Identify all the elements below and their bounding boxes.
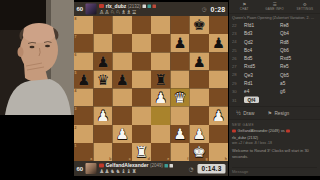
resign-flag-icon: ⚑ bbox=[267, 110, 271, 116]
square-g5[interactable] bbox=[190, 70, 209, 88]
chat-section: New game GelfandAlexander (2049) vs rlx_… bbox=[229, 119, 320, 176]
square-b8[interactable] bbox=[93, 16, 112, 34]
current-move[interactable]: Qf4 bbox=[244, 97, 259, 104]
white-move[interactable]: Qe3 bbox=[244, 72, 280, 78]
square-h8[interactable] bbox=[209, 16, 228, 34]
chat-message-input[interactable]: Message bbox=[232, 167, 317, 174]
square-a2[interactable]: 2 bbox=[74, 125, 93, 143]
square-f4[interactable]: ♛ bbox=[170, 89, 189, 107]
square-g4[interactable] bbox=[190, 89, 209, 107]
square-b7[interactable] bbox=[93, 34, 112, 52]
square-b4[interactable] bbox=[93, 89, 112, 107]
trophy-icon bbox=[142, 4, 146, 8]
bottom-player-bar: 60 GelfandAlexander (2049) ♟♟♞♞♝♝♜ ◔ 0:1… bbox=[74, 161, 228, 176]
flair-icon bbox=[169, 164, 173, 168]
square-h5[interactable] bbox=[209, 70, 228, 88]
black-move[interactable]: a5 bbox=[280, 80, 316, 86]
current-move-number: 31 bbox=[232, 97, 244, 102]
square-b1[interactable]: b bbox=[93, 143, 112, 161]
square-c2[interactable]: ♟ bbox=[113, 125, 132, 143]
streamer-badge-icon bbox=[99, 4, 104, 8]
square-d6[interactable] bbox=[132, 52, 151, 70]
file-label: h bbox=[225, 157, 227, 161]
white-queen[interactable]: ♛ bbox=[170, 89, 189, 107]
square-a1[interactable]: 1a bbox=[74, 143, 93, 161]
square-e5[interactable]: ♜ bbox=[151, 70, 170, 88]
chat-header: New game bbox=[232, 123, 317, 127]
resign-button[interactable]: ⚑ Resign bbox=[267, 110, 289, 116]
square-b2[interactable] bbox=[93, 125, 112, 143]
top-score: 60 bbox=[77, 6, 84, 13]
square-g1[interactable]: g♚ bbox=[190, 143, 209, 161]
bottom-avatar[interactable] bbox=[86, 163, 97, 174]
square-h4[interactable] bbox=[209, 89, 228, 107]
square-h6[interactable] bbox=[209, 52, 228, 70]
square-c5[interactable]: ♟ bbox=[113, 70, 132, 88]
top-avatar[interactable] bbox=[86, 4, 97, 15]
file-label: e bbox=[167, 157, 169, 161]
white-player-line[interactable]: GelfandAlexander (2049) bbox=[238, 128, 280, 133]
square-g3[interactable] bbox=[190, 107, 209, 125]
square-f7[interactable]: ♟ bbox=[170, 34, 189, 52]
draw-button[interactable]: ½ Draw bbox=[236, 110, 254, 116]
black-pawn[interactable]: ♟ bbox=[93, 52, 112, 70]
right-eye bbox=[45, 45, 50, 48]
white-rook[interactable]: ♜ bbox=[132, 143, 151, 161]
tab-settings[interactable]: ⚙ Settings bbox=[290, 0, 320, 13]
square-a4[interactable]: 4 bbox=[74, 89, 93, 107]
rating-change-line: win +2 / draw -8 / loss -18 bbox=[232, 141, 317, 145]
square-g6[interactable]: ♟ bbox=[190, 52, 209, 70]
square-g7[interactable] bbox=[190, 34, 209, 52]
side-panel: ⚑ Chat ☰ Game info ⚙ Settings Queen's Pa… bbox=[229, 0, 320, 176]
square-c6[interactable] bbox=[113, 52, 132, 70]
square-c7[interactable] bbox=[113, 34, 132, 52]
move-number: 28 bbox=[232, 72, 244, 77]
black-pawn[interactable]: ♟ bbox=[113, 70, 132, 88]
white-move[interactable]: Qd2 bbox=[244, 39, 280, 45]
move-number: 29 bbox=[232, 80, 244, 85]
square-e1[interactable]: e bbox=[151, 143, 170, 161]
current-move-row: 31 Qf4 bbox=[229, 95, 320, 104]
file-label: f bbox=[187, 157, 188, 161]
file-label: c bbox=[129, 157, 131, 161]
square-b6[interactable]: ♟ bbox=[93, 52, 112, 70]
move-number: 23 bbox=[232, 31, 244, 36]
square-b5[interactable]: ♛ bbox=[93, 70, 112, 88]
bald-scalp bbox=[22, 23, 56, 43]
draw-half-icon: ½ bbox=[236, 110, 241, 116]
square-f6[interactable] bbox=[170, 52, 189, 70]
white-pawn[interactable]: ♟ bbox=[209, 107, 228, 125]
square-h1[interactable]: h bbox=[209, 143, 228, 161]
square-f5[interactable] bbox=[170, 70, 189, 88]
white-pawn[interactable]: ♟ bbox=[151, 89, 170, 107]
square-d7[interactable] bbox=[132, 34, 151, 52]
bottom-clock-active: 0:14.3 bbox=[198, 164, 226, 174]
square-h7[interactable]: ♟ bbox=[209, 34, 228, 52]
black-player-line[interactable]: rlx_dubz (2132) bbox=[232, 135, 258, 140]
square-d4[interactable] bbox=[132, 89, 151, 107]
list-icon: ☰ bbox=[272, 3, 276, 8]
black-move[interactable]: Rd8 bbox=[280, 39, 316, 45]
webcam bbox=[0, 0, 74, 115]
ear bbox=[18, 47, 24, 57]
black-pawn[interactable]: ♟ bbox=[209, 34, 228, 52]
streamer-badge-icon bbox=[286, 129, 290, 132]
move-number: 27 bbox=[232, 64, 244, 69]
square-c1[interactable]: c bbox=[113, 143, 132, 161]
square-e7[interactable] bbox=[151, 34, 170, 52]
square-a5[interactable]: 5♟ bbox=[74, 70, 93, 88]
black-pawn[interactable]: ♟ bbox=[74, 70, 93, 88]
square-c4[interactable] bbox=[113, 89, 132, 107]
square-c3[interactable] bbox=[113, 107, 132, 125]
white-move[interactable]: Rxd5 bbox=[244, 64, 280, 70]
app-stage: 60 rlx_dubz (2132) ♙♙♘♘♗♗♖ ◷ 0:28 8 bbox=[0, 0, 320, 180]
white-move[interactable]: Rfd1 bbox=[244, 22, 280, 28]
black-rook[interactable]: ♜ bbox=[151, 70, 170, 88]
square-a8[interactable]: 8 bbox=[74, 16, 93, 34]
square-e4[interactable]: ♟ bbox=[151, 89, 170, 107]
square-d1[interactable]: d♜ bbox=[132, 143, 151, 161]
square-d5[interactable] bbox=[132, 70, 151, 88]
rank-label: 7 bbox=[75, 35, 77, 39]
white-move[interactable]: Rd1 bbox=[244, 80, 280, 86]
square-d3[interactable] bbox=[132, 107, 151, 125]
white-king[interactable]: ♚ bbox=[190, 143, 209, 161]
rank-label: 8 bbox=[75, 17, 77, 21]
file-label: a bbox=[90, 157, 92, 161]
chat-message: Welcome to Round 3! Clocks will start in… bbox=[232, 148, 317, 159]
square-e2[interactable] bbox=[151, 125, 170, 143]
square-e8[interactable] bbox=[151, 16, 170, 34]
square-g8[interactable]: ♚ bbox=[190, 16, 209, 34]
square-a6[interactable]: 6 bbox=[74, 52, 93, 70]
square-a7[interactable]: 7 bbox=[74, 34, 93, 52]
square-g2[interactable]: ♟ bbox=[190, 125, 209, 143]
top-player-bar: 60 rlx_dubz (2132) ♙♙♘♘♗♗♖ ◷ 0:28 bbox=[74, 2, 228, 16]
white-move[interactable]: Bc4 bbox=[244, 47, 280, 53]
tab-chat[interactable]: ⚑ Chat bbox=[229, 0, 259, 13]
move-number: 30 bbox=[232, 89, 244, 94]
rank-label: 4 bbox=[75, 89, 77, 93]
square-a3[interactable]: 3 bbox=[74, 107, 93, 125]
white-pawn[interactable]: ♟ bbox=[93, 107, 112, 125]
black-king[interactable]: ♚ bbox=[190, 16, 209, 34]
bottom-captured-pieces: ♟♟♞♞♝♝♜ bbox=[99, 169, 137, 175]
square-f8[interactable] bbox=[170, 16, 189, 34]
rank-label: 1 bbox=[75, 143, 77, 147]
top-clock: 0:28 bbox=[210, 5, 225, 13]
streamer-badge-icon bbox=[99, 164, 104, 168]
flag-icon bbox=[164, 164, 168, 168]
black-move[interactable]: Qb6 bbox=[280, 47, 316, 53]
square-e6[interactable] bbox=[151, 52, 170, 70]
rank-label: 6 bbox=[75, 53, 77, 57]
white-pawn[interactable]: ♟ bbox=[170, 125, 189, 143]
game-actions: ½ Draw ⚑ Resign bbox=[229, 106, 320, 117]
top-captured-pieces: ♙♙♘♘♗♗♖ bbox=[99, 9, 137, 15]
left-eye bbox=[30, 46, 35, 49]
white-pawn[interactable]: ♟ bbox=[190, 125, 209, 143]
white-pawn[interactable]: ♟ bbox=[113, 125, 132, 143]
file-label: b bbox=[109, 157, 111, 161]
tab-game-info[interactable]: ☰ Game info bbox=[259, 0, 289, 13]
white-move[interactable]: Bd3 bbox=[244, 31, 280, 37]
move-number: 24 bbox=[232, 39, 244, 44]
black-move[interactable]: Qb4 bbox=[280, 31, 316, 37]
clock-icon: ◔ bbox=[189, 165, 194, 172]
square-c8[interactable] bbox=[113, 16, 132, 34]
chat-flag-icon: ⚑ bbox=[242, 3, 246, 8]
game-matchup-line: GelfandAlexander (2049) vs rlx_dubz (213… bbox=[232, 128, 317, 140]
rank-label: 3 bbox=[75, 107, 77, 111]
black-move[interactable]: g6 bbox=[280, 88, 316, 94]
black-move[interactable]: Re8 bbox=[280, 22, 316, 28]
square-f2[interactable]: ♟ bbox=[170, 125, 189, 143]
black-move[interactable]: Qb5 bbox=[280, 72, 316, 78]
streamer-badge-icon bbox=[232, 129, 236, 132]
square-e3[interactable] bbox=[151, 107, 170, 125]
opening-name: Queen's Pawn Opening (Zukertort Variatio… bbox=[229, 14, 320, 21]
square-f1[interactable]: f bbox=[170, 143, 189, 161]
black-pawn[interactable]: ♟ bbox=[170, 34, 189, 52]
square-h3[interactable]: ♟ bbox=[209, 107, 228, 125]
white-move[interactable]: Bd5 bbox=[244, 55, 280, 61]
stream-frame: 60 rlx_dubz (2132) ♙♙♘♘♗♗♖ ◷ 0:28 8 bbox=[0, 0, 320, 180]
black-pawn[interactable]: ♟ bbox=[190, 52, 209, 70]
square-h2[interactable] bbox=[209, 125, 228, 143]
black-queen[interactable]: ♛ bbox=[93, 70, 112, 88]
panel-tabs: ⚑ Chat ☰ Game info ⚙ Settings bbox=[229, 0, 320, 14]
square-d8[interactable] bbox=[132, 16, 151, 34]
gear-icon: ⚙ bbox=[303, 3, 307, 8]
bottom-score: 60 bbox=[77, 165, 84, 172]
square-d2[interactable] bbox=[132, 125, 151, 143]
square-f3[interactable] bbox=[170, 107, 189, 125]
move-list: 22Rfd1Re823Bd3Qb424Qd2Rd825Bc4Qb626Bd5Rx… bbox=[229, 21, 320, 96]
chess-board[interactable]: 8♚7♟♟6♟♟5♟♛♟♜4♟♛3♟♟2♟♟♟1abcd♜efg♚h bbox=[74, 16, 228, 161]
move-number: 22 bbox=[232, 23, 244, 28]
rank-label: 2 bbox=[75, 125, 77, 129]
flag-icon bbox=[147, 4, 151, 8]
move-number: 25 bbox=[232, 47, 244, 52]
white-move[interactable]: e4 bbox=[244, 88, 280, 94]
move-number: 26 bbox=[232, 56, 244, 61]
black-move[interactable]: Rxd5 bbox=[280, 55, 316, 61]
square-b3[interactable]: ♟ bbox=[93, 107, 112, 125]
stopwatch-icon: ◷ bbox=[202, 6, 207, 13]
flair-icon bbox=[152, 4, 156, 8]
black-move[interactable]: Re5 bbox=[280, 64, 316, 70]
